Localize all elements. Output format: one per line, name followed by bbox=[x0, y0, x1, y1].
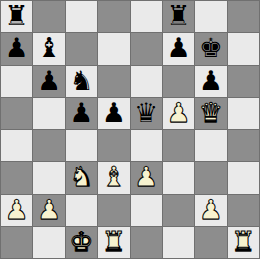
piece-black-pawn[interactable]: ♟ bbox=[37, 67, 61, 94]
piece-white-pawn[interactable]: ♟ bbox=[134, 163, 158, 190]
square-f4[interactable] bbox=[163, 130, 194, 161]
square-e1[interactable] bbox=[131, 227, 162, 258]
piece-black-pawn[interactable]: ♟ bbox=[199, 67, 223, 94]
square-g3[interactable] bbox=[195, 162, 226, 193]
square-b7[interactable]: ♝ bbox=[33, 33, 64, 64]
square-d4[interactable] bbox=[98, 130, 129, 161]
square-d3[interactable]: ♝ bbox=[98, 162, 129, 193]
square-b8[interactable] bbox=[33, 1, 64, 32]
square-h7[interactable] bbox=[228, 33, 259, 64]
square-a5[interactable] bbox=[1, 98, 32, 129]
square-e8[interactable] bbox=[131, 1, 162, 32]
square-c7[interactable] bbox=[66, 33, 97, 64]
square-b6[interactable]: ♟ bbox=[33, 66, 64, 97]
square-a8[interactable]: ♜ bbox=[1, 1, 32, 32]
piece-black-king[interactable]: ♚ bbox=[199, 34, 223, 61]
chess-board: ♜♜♟♝♟♚♟♞♟♟♟♛♟♛♞♝♟♟♟♟♚♜♜ bbox=[0, 0, 260, 259]
piece-white-rook[interactable]: ♜ bbox=[231, 228, 255, 255]
square-e4[interactable] bbox=[131, 130, 162, 161]
square-b3[interactable] bbox=[33, 162, 64, 193]
square-g2[interactable]: ♟ bbox=[195, 195, 226, 226]
square-e3[interactable]: ♟ bbox=[131, 162, 162, 193]
square-d5[interactable]: ♟ bbox=[98, 98, 129, 129]
piece-white-rook[interactable]: ♜ bbox=[102, 228, 126, 255]
square-h2[interactable] bbox=[228, 195, 259, 226]
square-g5[interactable]: ♛ bbox=[195, 98, 226, 129]
square-a7[interactable]: ♟ bbox=[1, 33, 32, 64]
piece-black-pawn[interactable]: ♟ bbox=[69, 99, 93, 126]
piece-black-rook[interactable]: ♜ bbox=[5, 2, 29, 29]
square-a3[interactable] bbox=[1, 162, 32, 193]
square-g4[interactable] bbox=[195, 130, 226, 161]
square-d1[interactable]: ♜ bbox=[98, 227, 129, 258]
square-c4[interactable] bbox=[66, 130, 97, 161]
square-a2[interactable]: ♟ bbox=[1, 195, 32, 226]
piece-black-pawn[interactable]: ♟ bbox=[5, 34, 29, 61]
square-f7[interactable]: ♟ bbox=[163, 33, 194, 64]
square-e5[interactable]: ♛ bbox=[131, 98, 162, 129]
piece-black-bishop[interactable]: ♝ bbox=[37, 34, 61, 61]
piece-white-bishop[interactable]: ♝ bbox=[102, 163, 126, 190]
square-g1[interactable] bbox=[195, 227, 226, 258]
square-g8[interactable] bbox=[195, 1, 226, 32]
square-b5[interactable] bbox=[33, 98, 64, 129]
square-a4[interactable] bbox=[1, 130, 32, 161]
square-h6[interactable] bbox=[228, 66, 259, 97]
square-h5[interactable] bbox=[228, 98, 259, 129]
piece-white-king[interactable]: ♚ bbox=[69, 228, 93, 255]
square-f5[interactable]: ♟ bbox=[163, 98, 194, 129]
square-d6[interactable] bbox=[98, 66, 129, 97]
square-b2[interactable]: ♟ bbox=[33, 195, 64, 226]
piece-black-rook[interactable]: ♜ bbox=[166, 2, 190, 29]
square-e6[interactable] bbox=[131, 66, 162, 97]
square-a6[interactable] bbox=[1, 66, 32, 97]
square-c2[interactable] bbox=[66, 195, 97, 226]
square-b4[interactable] bbox=[33, 130, 64, 161]
square-h1[interactable]: ♜ bbox=[228, 227, 259, 258]
piece-white-pawn[interactable]: ♟ bbox=[199, 196, 223, 223]
piece-black-knight[interactable]: ♞ bbox=[69, 67, 93, 94]
square-d8[interactable] bbox=[98, 1, 129, 32]
square-h4[interactable] bbox=[228, 130, 259, 161]
piece-white-pawn[interactable]: ♟ bbox=[37, 196, 61, 223]
piece-black-pawn[interactable]: ♟ bbox=[102, 99, 126, 126]
square-d2[interactable] bbox=[98, 195, 129, 226]
square-b1[interactable] bbox=[33, 227, 64, 258]
piece-black-queen[interactable]: ♛ bbox=[134, 99, 158, 126]
square-h8[interactable] bbox=[228, 1, 259, 32]
square-c1[interactable]: ♚ bbox=[66, 227, 97, 258]
piece-white-pawn[interactable]: ♟ bbox=[166, 99, 190, 126]
piece-white-pawn[interactable]: ♟ bbox=[5, 196, 29, 223]
square-f1[interactable] bbox=[163, 227, 194, 258]
square-h3[interactable] bbox=[228, 162, 259, 193]
square-e7[interactable] bbox=[131, 33, 162, 64]
piece-black-pawn[interactable]: ♟ bbox=[166, 34, 190, 61]
square-c5[interactable]: ♟ bbox=[66, 98, 97, 129]
square-c3[interactable]: ♞ bbox=[66, 162, 97, 193]
square-f2[interactable] bbox=[163, 195, 194, 226]
square-f3[interactable] bbox=[163, 162, 194, 193]
square-c8[interactable] bbox=[66, 1, 97, 32]
square-g6[interactable]: ♟ bbox=[195, 66, 226, 97]
square-d7[interactable] bbox=[98, 33, 129, 64]
square-f8[interactable]: ♜ bbox=[163, 1, 194, 32]
piece-white-knight[interactable]: ♞ bbox=[69, 163, 93, 190]
square-e2[interactable] bbox=[131, 195, 162, 226]
square-f6[interactable] bbox=[163, 66, 194, 97]
square-g7[interactable]: ♚ bbox=[195, 33, 226, 64]
piece-white-queen[interactable]: ♛ bbox=[199, 99, 223, 126]
square-c6[interactable]: ♞ bbox=[66, 66, 97, 97]
square-a1[interactable] bbox=[1, 227, 32, 258]
